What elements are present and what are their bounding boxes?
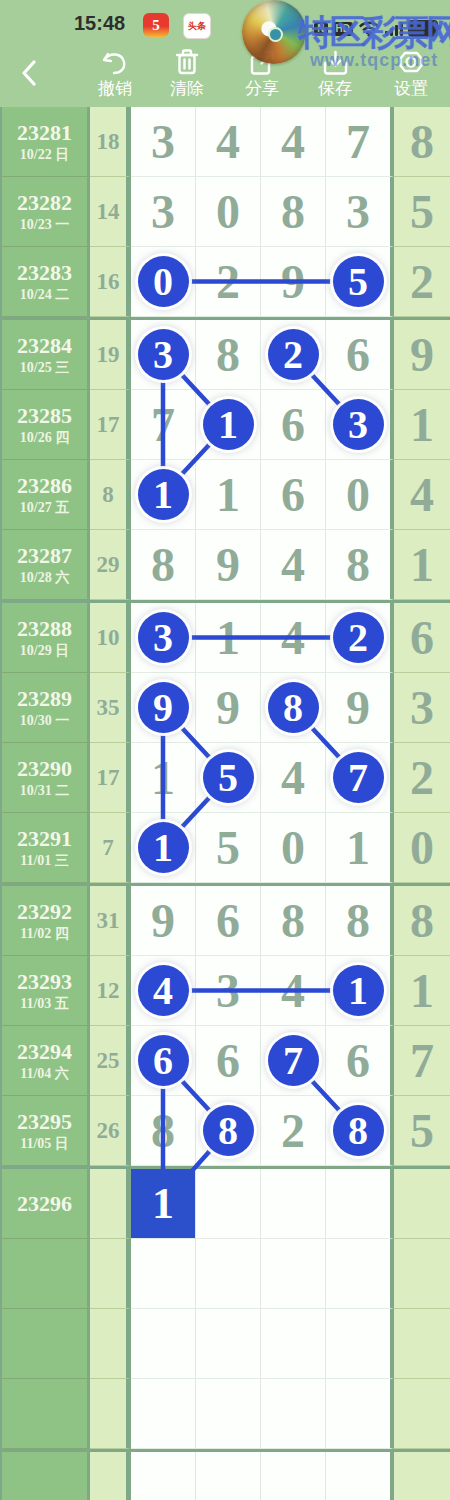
sum-value-cell <box>90 1169 131 1239</box>
draw-label-cell: 2328510/26 四 <box>0 390 90 460</box>
tail-digit-cell[interactable]: 9 <box>394 320 450 390</box>
digit-cell[interactable]: 8 <box>261 886 326 956</box>
sum-value-cell: 18 <box>90 107 131 177</box>
circled-digit-value: 3 <box>348 405 368 445</box>
draw-number: 23287 <box>17 545 72 567</box>
sum-value-cell: 25 <box>90 1026 131 1096</box>
circled-digit[interactable]: 8 <box>333 1105 384 1156</box>
digit-cell[interactable] <box>326 1452 394 1500</box>
circled-digit[interactable]: 2 <box>268 329 319 380</box>
status-bar: 15:48 5 头条 N HD <box>0 0 450 42</box>
draw-label-cell: 2328810/29 日 <box>0 603 90 673</box>
digit-value: 8 <box>151 1107 175 1155</box>
draw-label-cell: 2329411/04 六 <box>0 1026 90 1096</box>
draw-date: 10/22 日 <box>20 148 69 162</box>
digit-cell[interactable]: 3 <box>131 320 196 390</box>
circled-digit-value: 8 <box>218 1111 238 1151</box>
digit-cell[interactable]: 2 <box>261 320 326 390</box>
digit-cell[interactable]: 3 <box>196 956 261 1026</box>
gear-icon <box>397 46 425 76</box>
chart-row: 2328310/24 二1602952 <box>0 247 450 317</box>
digit-cell[interactable]: 3 <box>131 177 196 247</box>
draw-date: 11/04 六 <box>20 1067 69 1081</box>
digit-value: 9 <box>216 541 240 589</box>
digit-value: 8 <box>281 188 305 236</box>
circled-digit[interactable]: 4 <box>138 965 189 1016</box>
digit-cell[interactable]: 9 <box>196 530 261 600</box>
digit-cell[interactable]: 9 <box>326 673 394 743</box>
tail-digit-cell[interactable]: 1 <box>394 390 450 460</box>
digit-cell[interactable]: 2 <box>261 1096 326 1166</box>
digit-cell[interactable] <box>326 1239 394 1309</box>
circled-digit[interactable]: 8 <box>203 1105 254 1156</box>
wifi-icon <box>358 20 380 37</box>
digit-value: 6 <box>346 1037 370 1085</box>
digit-cell[interactable]: 8 <box>131 530 196 600</box>
digit-value: 6 <box>281 401 305 449</box>
digit-cell[interactable]: 8 <box>326 530 394 600</box>
back-chevron-icon <box>21 60 37 86</box>
digit-cell[interactable]: 1 <box>131 813 196 883</box>
chart-row: 2328610/27 五811604 <box>0 460 450 530</box>
draw-number: 23293 <box>17 971 72 993</box>
draw-number: 23288 <box>17 618 72 640</box>
draw-label-cell: 23296 <box>0 1169 90 1239</box>
digit-value: 5 <box>216 824 240 872</box>
draw-label-cell: 2328110/22 日 <box>0 107 90 177</box>
save-label: 保存 <box>318 79 352 99</box>
tail-digit-cell[interactable] <box>394 1169 450 1239</box>
chart-row <box>0 1452 450 1500</box>
digit-value: 9 <box>281 258 305 306</box>
app-notification-icon: 5 <box>143 13 169 37</box>
draw-label-cell <box>0 1239 90 1309</box>
draw-date: 10/28 六 <box>20 571 69 585</box>
digit-cell[interactable] <box>131 1309 196 1379</box>
digit-cell[interactable] <box>131 1379 196 1449</box>
digit-cell[interactable]: 1 <box>326 813 394 883</box>
tail-digit-cell[interactable] <box>394 1309 450 1379</box>
digit-cell[interactable]: 4 <box>261 530 326 600</box>
digit-cell[interactable]: 1 <box>196 460 261 530</box>
circled-digit[interactable]: 3 <box>138 612 189 663</box>
digit-cell[interactable] <box>326 1309 394 1379</box>
tail-digit-cell[interactable]: 8 <box>394 107 450 177</box>
circled-digit-value: 4 <box>153 971 173 1011</box>
sum-value-cell: 16 <box>90 247 131 317</box>
undo-button[interactable]: 撤销 <box>83 46 147 99</box>
digit-value: 6 <box>216 897 240 945</box>
draw-label-cell <box>0 1452 90 1500</box>
digit-cell[interactable] <box>196 1239 261 1309</box>
trend-chart: 2328110/22 日18344782328210/23 一143083523… <box>0 107 450 1500</box>
tail-digit-cell[interactable]: 2 <box>394 743 450 813</box>
digit-value: 8 <box>281 897 305 945</box>
chart-row: 2328410/25 三1938269 <box>0 320 450 390</box>
digit-value: 3 <box>216 967 240 1015</box>
chart-row: 232961 <box>0 1169 450 1239</box>
circled-digit-value: 6 <box>153 1041 173 1081</box>
draw-date: 10/25 三 <box>20 361 69 375</box>
undo-icon <box>100 46 130 76</box>
digit-cell[interactable]: 6 <box>326 320 394 390</box>
sum-value-cell <box>90 1239 131 1309</box>
digit-value: 9 <box>216 684 240 732</box>
circled-digit-value: 3 <box>153 335 173 375</box>
sum-value-cell: 12 <box>90 956 131 1026</box>
draw-date: 10/31 二 <box>20 784 69 798</box>
draw-label-cell: 2329010/31 二 <box>0 743 90 813</box>
draw-label-cell: 2328310/24 二 <box>0 247 90 317</box>
tail-digit-cell[interactable]: 3 <box>394 673 450 743</box>
draw-label-cell: 2329111/01 三 <box>0 813 90 883</box>
digit-value: 0 <box>346 471 370 519</box>
digit-cell[interactable]: 7 <box>261 1026 326 1096</box>
circled-digit-value: 1 <box>153 475 173 515</box>
digit-cell[interactable]: 1 <box>131 1169 196 1239</box>
digit-cell[interactable]: 5 <box>196 743 261 813</box>
chart-row <box>0 1239 450 1309</box>
digit-cell[interactable]: 4 <box>131 956 196 1026</box>
digit-value: 3 <box>151 188 175 236</box>
draw-number: 23289 <box>17 688 72 710</box>
battery-icon <box>408 20 438 37</box>
draw-label-cell: 2328610/27 五 <box>0 460 90 530</box>
chart-row: 2328810/29 日1031426 <box>0 603 450 673</box>
digit-cell[interactable] <box>326 1379 394 1449</box>
draw-number: 23291 <box>17 828 72 850</box>
circled-digit[interactable]: 2 <box>333 612 384 663</box>
digit-cell[interactable]: 7 <box>326 743 394 813</box>
digit-value: 8 <box>346 897 370 945</box>
draw-number: 23294 <box>17 1041 72 1063</box>
sum-value-cell: 8 <box>90 460 131 530</box>
tail-digit-cell[interactable] <box>394 1379 450 1449</box>
digit-cell[interactable]: 8 <box>196 1096 261 1166</box>
sum-value-cell: 7 <box>90 813 131 883</box>
tail-digit-cell[interactable]: 2 <box>394 247 450 317</box>
circled-digit-value: 2 <box>283 335 303 375</box>
tail-digit-cell[interactable]: 7 <box>394 1026 450 1096</box>
chart-row: 2328710/28 六2989481 <box>0 530 450 600</box>
circled-digit[interactable]: 7 <box>268 1035 319 1086</box>
circled-digit[interactable]: 3 <box>333 399 384 450</box>
digit-value: 1 <box>151 754 175 802</box>
digit-value: 0 <box>216 188 240 236</box>
chart-row: 2329511/05 日2688285 <box>0 1096 450 1166</box>
draw-date: 11/05 日 <box>20 1137 69 1151</box>
sum-value-cell: 31 <box>90 886 131 956</box>
digit-cell[interactable]: 0 <box>326 460 394 530</box>
digit-value: 2 <box>216 258 240 306</box>
digit-cell[interactable]: 5 <box>326 247 394 317</box>
digit-cell[interactable] <box>196 1169 261 1239</box>
digit-cell[interactable]: 4 <box>261 743 326 813</box>
tail-digit-cell[interactable]: 4 <box>394 460 450 530</box>
chart-row: 2329010/31 二1715472 <box>0 743 450 813</box>
digit-cell[interactable] <box>261 1379 326 1449</box>
undo-label: 撤销 <box>98 79 132 99</box>
share-button[interactable]: 分享 <box>230 46 294 99</box>
digit-cell[interactable]: 4 <box>261 956 326 1026</box>
chart-row: 2329211/02 四3196888 <box>0 886 450 956</box>
circled-digit-value: 3 <box>153 618 173 658</box>
circled-digit-value: 7 <box>348 758 368 798</box>
digit-cell[interactable]: 1 <box>131 460 196 530</box>
sum-value-cell: 19 <box>90 320 131 390</box>
draw-date: 10/26 四 <box>20 431 69 445</box>
draw-date: 11/03 五 <box>20 997 69 1011</box>
tail-digit-cell[interactable]: 5 <box>394 1096 450 1166</box>
circled-digit[interactable]: 0 <box>138 256 189 307</box>
share-icon <box>249 46 276 76</box>
digit-cell[interactable] <box>326 1169 394 1239</box>
chart-row: 2329411/04 六2566767 <box>0 1026 450 1096</box>
digit-value: 3 <box>151 118 175 166</box>
digit-value: 4 <box>281 541 305 589</box>
digit-cell[interactable]: 8 <box>196 320 261 390</box>
digit-value: 7 <box>346 118 370 166</box>
digit-value: 2 <box>281 1107 305 1155</box>
tail-digit-cell[interactable]: 6 <box>394 603 450 673</box>
digit-value: 6 <box>281 471 305 519</box>
digit-cell[interactable]: 3 <box>326 390 394 460</box>
digit-value: 4 <box>281 614 305 662</box>
digit-cell[interactable]: 5 <box>196 813 261 883</box>
digit-value: 4 <box>281 118 305 166</box>
sum-value-cell: 26 <box>90 1096 131 1166</box>
circled-digit-value: 1 <box>218 405 238 445</box>
circled-digit-value: 0 <box>153 262 173 302</box>
sum-value-cell <box>90 1309 131 1379</box>
digit-cell[interactable]: 6 <box>261 460 326 530</box>
digit-value: 8 <box>151 541 175 589</box>
draw-number: 23286 <box>17 475 72 497</box>
circled-digit-value: 1 <box>348 971 368 1011</box>
tail-digit-cell[interactable]: 1 <box>394 530 450 600</box>
digit-cell[interactable]: 9 <box>131 886 196 956</box>
digit-cell[interactable]: 1 <box>326 956 394 1026</box>
draw-number: 23283 <box>17 262 72 284</box>
digit-cell[interactable]: 9 <box>196 673 261 743</box>
trash-icon <box>174 46 200 76</box>
draw-label-cell: 2329311/03 五 <box>0 956 90 1026</box>
digit-value: 0 <box>281 824 305 872</box>
draw-label-cell <box>0 1379 90 1449</box>
draw-number: 23284 <box>17 335 72 357</box>
digit-value: 8 <box>346 541 370 589</box>
digit-value: 1 <box>216 471 240 519</box>
draw-date: 10/24 二 <box>20 288 69 302</box>
draw-number: 23296 <box>17 1193 72 1215</box>
digit-value: 1 <box>346 824 370 872</box>
sum-value-cell: 35 <box>90 673 131 743</box>
digit-cell[interactable]: 9 <box>131 673 196 743</box>
draw-label-cell: 2329211/02 四 <box>0 886 90 956</box>
digit-cell[interactable]: 3 <box>131 107 196 177</box>
circled-digit[interactable]: 1 <box>138 822 189 873</box>
digit-cell[interactable] <box>196 1452 261 1500</box>
draw-number: 23292 <box>17 901 72 923</box>
draw-label-cell: 2328210/23 一 <box>0 177 90 247</box>
digit-cell[interactable]: 4 <box>261 107 326 177</box>
circled-digit[interactable]: 1 <box>138 469 189 520</box>
circled-digit[interactable]: 5 <box>203 752 254 803</box>
circled-digit[interactable]: 9 <box>138 682 189 733</box>
draw-number: 23282 <box>17 192 72 214</box>
chart-row <box>0 1309 450 1379</box>
digit-value: 4 <box>216 118 240 166</box>
circled-digit-value: 9 <box>153 688 173 728</box>
clear-button[interactable]: 清除 <box>155 46 219 99</box>
digit-value: 6 <box>216 1037 240 1085</box>
circled-digit[interactable]: 1 <box>203 399 254 450</box>
draw-label-cell: 2329511/05 日 <box>0 1096 90 1166</box>
digit-value: 4 <box>281 754 305 802</box>
selected-digit-square[interactable]: 1 <box>131 1169 195 1238</box>
draw-date: 11/02 四 <box>20 927 69 941</box>
draw-label-cell: 2328710/28 六 <box>0 530 90 600</box>
sum-value-cell <box>90 1452 131 1500</box>
draw-label-cell: 2328910/30 一 <box>0 673 90 743</box>
chart-row: 2329111/01 三715010 <box>0 813 450 883</box>
circled-digit-value: 8 <box>283 688 303 728</box>
digit-cell[interactable]: 7 <box>131 390 196 460</box>
digit-value: 3 <box>346 188 370 236</box>
digit-cell[interactable]: 8 <box>261 673 326 743</box>
sum-value-cell: 29 <box>90 530 131 600</box>
draw-date: 10/29 日 <box>20 644 69 658</box>
digit-cell[interactable]: 7 <box>326 107 394 177</box>
chart-row: 2329311/03 五1243411 <box>0 956 450 1026</box>
circled-digit-value: 5 <box>348 262 368 302</box>
sum-value-cell: 10 <box>90 603 131 673</box>
circled-digit[interactable]: 5 <box>333 256 384 307</box>
sum-value-cell: 17 <box>90 743 131 813</box>
digit-cell[interactable] <box>196 1309 261 1379</box>
circled-digit[interactable]: 7 <box>333 752 384 803</box>
digit-cell[interactable] <box>261 1309 326 1379</box>
save-button[interactable]: 保存 <box>303 46 367 99</box>
chart-row: 2328210/23 一1430835 <box>0 177 450 247</box>
digit-cell[interactable]: 6 <box>326 1026 394 1096</box>
digit-cell[interactable]: 4 <box>261 603 326 673</box>
digit-value: 1 <box>216 614 240 662</box>
circled-digit[interactable]: 8 <box>268 682 319 733</box>
hd-badge: HD <box>333 22 353 36</box>
digit-value: 7 <box>151 401 175 449</box>
draw-date: 11/01 三 <box>20 854 69 868</box>
circled-digit-value: 5 <box>218 758 238 798</box>
sum-value-cell <box>90 1379 131 1449</box>
tail-digit-cell[interactable]: 8 <box>394 886 450 956</box>
digit-cell[interactable] <box>261 1239 326 1309</box>
digit-cell[interactable]: 9 <box>261 247 326 317</box>
draw-number: 23285 <box>17 405 72 427</box>
digit-cell[interactable]: 0 <box>196 177 261 247</box>
digit-cell[interactable] <box>261 1452 326 1500</box>
circled-digit[interactable]: 3 <box>138 329 189 380</box>
digit-cell[interactable]: 8 <box>261 177 326 247</box>
tail-digit-cell[interactable] <box>394 1452 450 1500</box>
chart-row <box>0 1379 450 1449</box>
tail-digit-cell[interactable]: 0 <box>394 813 450 883</box>
nfc-badge: N <box>314 22 327 36</box>
clear-label: 清除 <box>170 79 204 99</box>
digit-cell[interactable]: 6 <box>131 1026 196 1096</box>
digit-cell[interactable]: 1 <box>196 390 261 460</box>
digit-cell[interactable]: 3 <box>326 177 394 247</box>
digit-cell[interactable] <box>261 1169 326 1239</box>
digit-cell[interactable]: 6 <box>261 390 326 460</box>
draw-label-cell <box>0 1309 90 1379</box>
digit-cell[interactable]: 6 <box>196 1026 261 1096</box>
tail-digit-cell[interactable] <box>394 1239 450 1309</box>
tail-digit-cell[interactable]: 1 <box>394 956 450 1026</box>
draw-number: 23281 <box>17 122 72 144</box>
chart-row: 2328510/26 四1771631 <box>0 390 450 460</box>
sum-value-cell: 14 <box>90 177 131 247</box>
digit-value: 6 <box>346 331 370 379</box>
draw-label-cell: 2328410/25 三 <box>0 320 90 390</box>
selected-digit: 1 <box>152 1182 174 1226</box>
digit-cell[interactable]: 1 <box>131 743 196 813</box>
clock: 15:48 <box>74 12 125 35</box>
digit-cell[interactable]: 2 <box>196 247 261 317</box>
circled-digit-value: 7 <box>283 1041 303 1081</box>
digit-cell[interactable]: 3 <box>131 603 196 673</box>
draw-number: 23290 <box>17 758 72 780</box>
digit-cell[interactable]: 8 <box>326 1096 394 1166</box>
digit-cell[interactable]: 8 <box>326 886 394 956</box>
draw-number: 23295 <box>17 1111 72 1133</box>
draw-date: 10/30 一 <box>20 714 69 728</box>
settings-label: 设置 <box>394 79 428 99</box>
digit-cell[interactable]: 0 <box>261 813 326 883</box>
tail-digit-cell[interactable]: 5 <box>394 177 450 247</box>
digit-value: 8 <box>216 331 240 379</box>
share-label: 分享 <box>245 79 279 99</box>
download-icon <box>322 46 349 76</box>
digit-cell[interactable] <box>131 1239 196 1309</box>
digit-cell[interactable]: 6 <box>196 886 261 956</box>
digit-value: 4 <box>281 967 305 1015</box>
chart-row: 2328910/30 一3599893 <box>0 673 450 743</box>
settings-button[interactable]: 设置 <box>379 46 443 99</box>
toutiao-app-icon: 头条 <box>183 13 211 39</box>
digit-cell[interactable] <box>131 1452 196 1500</box>
circled-digit-value: 2 <box>348 618 368 658</box>
circled-digit[interactable]: 1 <box>333 965 384 1016</box>
sum-value-cell: 17 <box>90 390 131 460</box>
digit-cell[interactable]: 0 <box>131 247 196 317</box>
digit-cell[interactable]: 2 <box>326 603 394 673</box>
digit-cell[interactable]: 1 <box>196 603 261 673</box>
toolbar: 撤销 清除 分享 <box>0 42 450 107</box>
digit-cell[interactable]: 4 <box>196 107 261 177</box>
digit-value: 9 <box>151 897 175 945</box>
back-button[interactable] <box>14 56 44 90</box>
draw-date: 10/27 五 <box>20 501 69 515</box>
digit-value: 9 <box>346 684 370 732</box>
chart-row: 2328110/22 日1834478 <box>0 107 450 177</box>
digit-cell[interactable] <box>196 1379 261 1449</box>
digit-cell[interactable]: 8 <box>131 1096 196 1166</box>
circled-digit[interactable]: 6 <box>138 1035 189 1086</box>
circled-digit-value: 1 <box>153 828 173 868</box>
notification-icons: 5 头条 <box>143 13 211 39</box>
signal-strength-icon <box>385 22 403 36</box>
